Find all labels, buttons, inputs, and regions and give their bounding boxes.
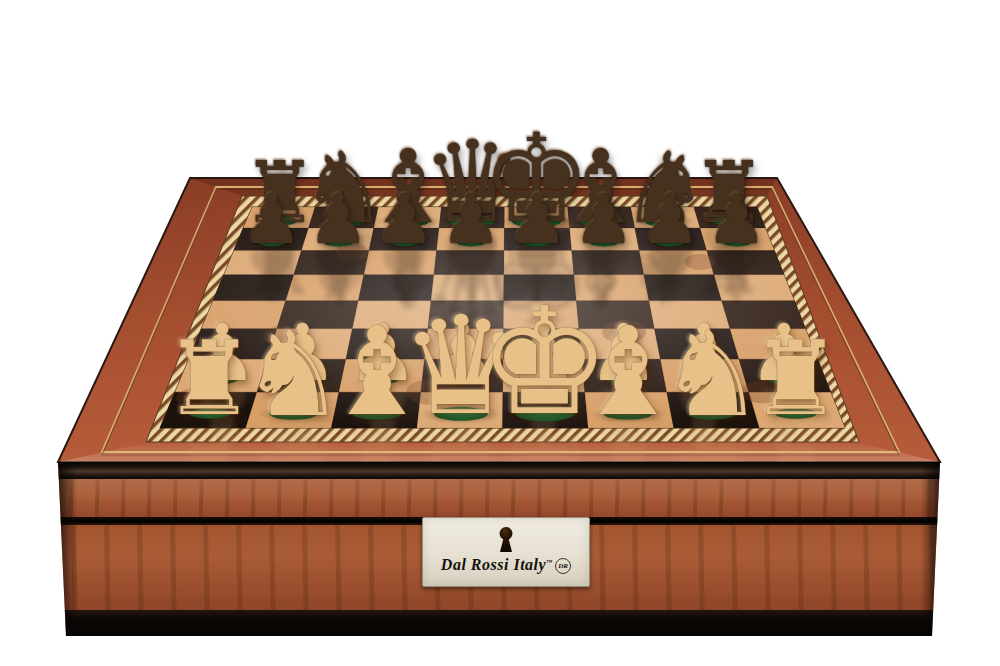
chess-box-photo: ♜♞♝♛♚♝♞♜♟♟♟♟♟♟♟♟♟♟♟♟♟♟♟♟♜♞♝♛♚♝♞♜ ♜♞♝♛♚♝♞… bbox=[0, 0, 1000, 666]
piece-reflection: ♟ bbox=[507, 241, 569, 310]
monogram-badge: DR bbox=[555, 558, 571, 574]
piece-reflection: ♟ bbox=[706, 241, 768, 310]
piece-reflection: ♟ bbox=[374, 241, 436, 310]
brand-name: Dal Rossi Italy™DR bbox=[423, 556, 589, 574]
piece-reflection: ♟ bbox=[573, 241, 635, 310]
brand-plaque: Dal Rossi Italy™DR bbox=[422, 517, 590, 587]
piece-reflection: ♟ bbox=[440, 241, 502, 310]
piece-reflection: ♟ bbox=[307, 241, 369, 310]
piece-reflection: ♟ bbox=[241, 241, 303, 310]
trademark-symbol: ™ bbox=[546, 559, 552, 565]
piece-reflection: ♟ bbox=[639, 241, 701, 310]
keyhole-icon bbox=[497, 527, 515, 555]
